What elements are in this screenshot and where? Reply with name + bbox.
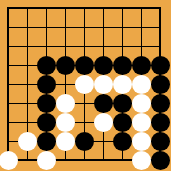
black-stone [37, 94, 56, 113]
intersection-r3-c2[interactable] [18, 37, 37, 56]
intersection-r7-c4[interactable] [56, 113, 75, 132]
intersection-r3-c9[interactable] [151, 37, 170, 56]
black-stone [113, 56, 132, 75]
intersection-r7-c3[interactable] [37, 113, 56, 132]
intersection-r2-c6[interactable] [94, 18, 113, 37]
black-stone [37, 56, 56, 75]
intersection-r3-c4[interactable] [56, 37, 75, 56]
white-stone [37, 151, 56, 170]
intersection-r9-c6[interactable] [94, 151, 113, 170]
black-stone [56, 56, 75, 75]
black-stone [151, 75, 170, 94]
intersection-r6-c2[interactable] [18, 94, 37, 113]
white-stone [113, 75, 132, 94]
intersection-r1-c4[interactable] [56, 0, 75, 18]
intersection-r7-c2[interactable] [18, 113, 37, 132]
intersection-r4-c7[interactable] [113, 56, 132, 75]
intersection-r9-c8[interactable] [132, 151, 151, 170]
go-board-grid [0, 0, 170, 170]
intersection-r8-c4[interactable] [56, 132, 75, 151]
intersection-r1-c1[interactable] [0, 0, 18, 18]
black-stone [75, 56, 94, 75]
intersection-r7-c7[interactable] [113, 113, 132, 132]
intersection-r7-c8[interactable] [132, 113, 151, 132]
intersection-r8-c1[interactable] [0, 132, 18, 151]
intersection-r1-c3[interactable] [37, 0, 56, 18]
black-stone [151, 94, 170, 113]
intersection-r8-c7[interactable] [113, 132, 132, 151]
white-stone [18, 132, 37, 151]
intersection-r5-c6[interactable] [94, 75, 113, 94]
white-stone [0, 151, 18, 170]
intersection-r9-c4[interactable] [56, 151, 75, 170]
intersection-r8-c8[interactable] [132, 132, 151, 151]
intersection-r3-c7[interactable] [113, 37, 132, 56]
black-stone [94, 56, 113, 75]
intersection-r9-c9[interactable] [151, 151, 170, 170]
intersection-r7-c6[interactable] [94, 113, 113, 132]
intersection-r3-c3[interactable] [37, 37, 56, 56]
intersection-r6-c8[interactable] [132, 94, 151, 113]
intersection-r7-c5[interactable] [75, 113, 94, 132]
intersection-r1-c9[interactable] [151, 0, 170, 18]
white-stone [132, 132, 151, 151]
intersection-r5-c2[interactable] [18, 75, 37, 94]
intersection-r5-c5[interactable] [75, 75, 94, 94]
intersection-r3-c5[interactable] [75, 37, 94, 56]
intersection-r7-c1[interactable] [0, 113, 18, 132]
intersection-r4-c2[interactable] [18, 56, 37, 75]
intersection-r3-c6[interactable] [94, 37, 113, 56]
intersection-r4-c8[interactable] [132, 56, 151, 75]
intersection-r9-c7[interactable] [113, 151, 132, 170]
intersection-r1-c2[interactable] [18, 0, 37, 18]
black-stone [113, 132, 132, 151]
white-stone [94, 113, 113, 132]
intersection-r9-c1[interactable] [0, 151, 18, 170]
black-stone [113, 113, 132, 132]
intersection-r1-c8[interactable] [132, 0, 151, 18]
intersection-r1-c6[interactable] [94, 0, 113, 18]
black-stone [151, 132, 170, 151]
go-board [0, 0, 171, 171]
white-stone [132, 151, 151, 170]
intersection-r6-c1[interactable] [0, 94, 18, 113]
white-stone [56, 113, 75, 132]
intersection-r3-c8[interactable] [132, 37, 151, 56]
intersection-r2-c4[interactable] [56, 18, 75, 37]
intersection-r8-c3[interactable] [37, 132, 56, 151]
intersection-r4-c9[interactable] [151, 56, 170, 75]
intersection-r6-c4[interactable] [56, 94, 75, 113]
black-stone [151, 151, 170, 170]
white-stone [132, 75, 151, 94]
black-stone [151, 56, 170, 75]
black-stone [75, 132, 94, 151]
intersection-r8-c6[interactable] [94, 132, 113, 151]
intersection-r2-c8[interactable] [132, 18, 151, 37]
intersection-r8-c9[interactable] [151, 132, 170, 151]
white-stone [132, 113, 151, 132]
intersection-r4-c6[interactable] [94, 56, 113, 75]
intersection-r7-c9[interactable] [151, 113, 170, 132]
intersection-r9-c2[interactable] [18, 151, 37, 170]
intersection-r6-c7[interactable] [113, 94, 132, 113]
intersection-r2-c1[interactable] [0, 18, 18, 37]
black-stone [132, 56, 151, 75]
intersection-r5-c8[interactable] [132, 75, 151, 94]
intersection-r3-c1[interactable] [0, 37, 18, 56]
intersection-r8-c2[interactable] [18, 132, 37, 151]
intersection-r4-c4[interactable] [56, 56, 75, 75]
intersection-r5-c4[interactable] [56, 75, 75, 94]
black-stone [37, 75, 56, 94]
intersection-r9-c3[interactable] [37, 151, 56, 170]
intersection-r9-c5[interactable] [75, 151, 94, 170]
intersection-r6-c6[interactable] [94, 94, 113, 113]
intersection-r8-c5[interactable] [75, 132, 94, 151]
white-stone [56, 94, 75, 113]
white-stone [132, 94, 151, 113]
intersection-r4-c3[interactable] [37, 56, 56, 75]
black-stone [37, 132, 56, 151]
black-stone [113, 94, 132, 113]
black-stone [151, 113, 170, 132]
intersection-r2-c7[interactable] [113, 18, 132, 37]
intersection-r5-c9[interactable] [151, 75, 170, 94]
white-stone [94, 75, 113, 94]
intersection-r5-c7[interactable] [113, 75, 132, 94]
intersection-r6-c3[interactable] [37, 94, 56, 113]
intersection-r2-c5[interactable] [75, 18, 94, 37]
intersection-r2-c9[interactable] [151, 18, 170, 37]
black-stone [94, 94, 113, 113]
intersection-r2-c2[interactable] [18, 18, 37, 37]
intersection-r1-c7[interactable] [113, 0, 132, 18]
intersection-r5-c1[interactable] [0, 75, 18, 94]
white-stone [56, 132, 75, 151]
intersection-r4-c1[interactable] [0, 56, 18, 75]
white-stone [75, 75, 94, 94]
black-stone [37, 113, 56, 132]
intersection-r1-c5[interactable] [75, 0, 94, 18]
intersection-r6-c5[interactable] [75, 94, 94, 113]
intersection-r5-c3[interactable] [37, 75, 56, 94]
intersection-r2-c3[interactable] [37, 18, 56, 37]
intersection-r4-c5[interactable] [75, 56, 94, 75]
intersection-r6-c9[interactable] [151, 94, 170, 113]
